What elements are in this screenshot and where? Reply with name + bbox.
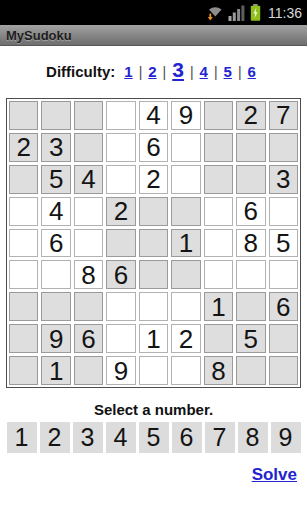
number-button-6[interactable]: 6: [172, 422, 202, 453]
sudoku-cell-r1c7[interactable]: [204, 101, 233, 130]
sudoku-cell-r1c1[interactable]: [9, 101, 38, 130]
sudoku-cell-r5c4[interactable]: [106, 229, 135, 258]
sudoku-cell-r3c4[interactable]: [106, 165, 135, 194]
sudoku-cell-r5c1[interactable]: [9, 229, 38, 258]
sudoku-cell-r4c6[interactable]: [171, 197, 200, 226]
sudoku-cell-r8c3[interactable]: 6: [74, 324, 103, 353]
sudoku-cell-r5c8[interactable]: 8: [236, 229, 265, 258]
number-button-8[interactable]: 8: [238, 422, 268, 453]
sudoku-cell-r7c7[interactable]: 1: [204, 292, 233, 321]
sudoku-cell-r4c5[interactable]: [139, 197, 168, 226]
sudoku-cell-r4c7[interactable]: [204, 197, 233, 226]
sudoku-cell-r4c4[interactable]: 2: [106, 197, 135, 226]
sudoku-cell-r2c1[interactable]: 2: [9, 133, 38, 162]
sudoku-cell-r6c7[interactable]: [204, 260, 233, 289]
sudoku-cell-r1c5[interactable]: 4: [139, 101, 168, 130]
number-button-1[interactable]: 1: [7, 422, 37, 453]
number-button-5[interactable]: 5: [139, 422, 169, 453]
sudoku-cell-r3c9[interactable]: 3: [269, 165, 298, 194]
sudoku-cell-r4c1[interactable]: [9, 197, 38, 226]
status-time: 11:36: [268, 5, 302, 21]
sudoku-cell-r6c2[interactable]: [41, 260, 70, 289]
sudoku-cell-r6c1[interactable]: [9, 260, 38, 289]
screen: 11:36 MySudoku Difficulty:1|2|3|4|5|6 49…: [0, 0, 307, 512]
sudoku-cell-r3c6[interactable]: [171, 165, 200, 194]
sudoku-cell-r2c6[interactable]: [171, 133, 200, 162]
sudoku-cell-r4c2[interactable]: 4: [41, 197, 70, 226]
sudoku-cell-r7c6[interactable]: [171, 292, 200, 321]
sudoku-cell-r2c8[interactable]: [236, 133, 265, 162]
sudoku-cell-r3c3[interactable]: 4: [74, 165, 103, 194]
sudoku-cell-r7c4[interactable]: [106, 292, 135, 321]
sudoku-cell-r1c2[interactable]: [41, 101, 70, 130]
sudoku-cell-r8c7[interactable]: [204, 324, 233, 353]
sudoku-cell-r8c2[interactable]: 9: [41, 324, 70, 353]
sudoku-cell-r4c3[interactable]: [74, 197, 103, 226]
sudoku-cell-r9c3[interactable]: [74, 356, 103, 385]
sudoku-cell-r7c1[interactable]: [9, 292, 38, 321]
sudoku-cell-r4c9[interactable]: [269, 197, 298, 226]
sudoku-cell-r3c7[interactable]: [204, 165, 233, 194]
sudoku-cell-r1c9[interactable]: 7: [269, 101, 298, 130]
difficulty-link-3[interactable]: 3: [172, 58, 184, 81]
difficulty-link-5[interactable]: 5: [224, 63, 232, 80]
sudoku-board: 492723654234266185861696125198: [6, 98, 301, 388]
sudoku-cell-r5c7[interactable]: [204, 229, 233, 258]
difficulty-label: Difficulty:: [46, 63, 115, 80]
sudoku-cell-r3c5[interactable]: 2: [139, 165, 168, 194]
wifi-icon: [206, 4, 224, 22]
sudoku-cell-r6c5[interactable]: [139, 260, 168, 289]
sudoku-cell-r3c2[interactable]: 5: [41, 165, 70, 194]
sudoku-cell-r2c5[interactable]: 6: [139, 133, 168, 162]
sudoku-cell-r9c9[interactable]: [269, 356, 298, 385]
sudoku-cell-r1c8[interactable]: 2: [236, 101, 265, 130]
number-button-3[interactable]: 3: [73, 422, 103, 453]
difficulty-link-1[interactable]: 1: [124, 63, 132, 80]
sudoku-cell-r8c4[interactable]: [106, 324, 135, 353]
status-bar: 11:36: [0, 0, 307, 25]
signal-strength-icon: [228, 5, 246, 21]
title-bar: MySudoku: [0, 25, 307, 46]
sudoku-cell-r2c4[interactable]: [106, 133, 135, 162]
number-button-9[interactable]: 9: [271, 422, 301, 453]
number-button-4[interactable]: 4: [106, 422, 136, 453]
app-title: MySudoku: [6, 28, 72, 43]
difficulty-separator: |: [163, 64, 167, 80]
difficulty-separator: |: [139, 64, 143, 80]
sudoku-cell-r5c6[interactable]: 1: [171, 229, 200, 258]
sudoku-cell-r6c9[interactable]: [269, 260, 298, 289]
sudoku-cell-r8c9[interactable]: [269, 324, 298, 353]
sudoku-cell-r6c3[interactable]: 8: [74, 260, 103, 289]
sudoku-cell-r8c5[interactable]: 1: [139, 324, 168, 353]
sudoku-cell-r6c6[interactable]: [171, 260, 200, 289]
sudoku-cell-r5c2[interactable]: 6: [41, 229, 70, 258]
sudoku-cell-r2c3[interactable]: [74, 133, 103, 162]
sudoku-cell-r9c4[interactable]: 9: [106, 356, 135, 385]
sudoku-cell-r5c5[interactable]: [139, 229, 168, 258]
sudoku-cell-r8c1[interactable]: [9, 324, 38, 353]
sudoku-cell-r7c8[interactable]: [236, 292, 265, 321]
difficulty-separator: |: [190, 64, 194, 80]
sudoku-cell-r6c4[interactable]: 6: [106, 260, 135, 289]
select-number-prompt: Select a number.: [0, 401, 307, 418]
sudoku-cell-r5c3[interactable]: [74, 229, 103, 258]
sudoku-cell-r7c9[interactable]: 6: [269, 292, 298, 321]
battery-charging-icon: [250, 4, 261, 21]
sudoku-cell-r1c4[interactable]: [106, 101, 135, 130]
sudoku-cell-r9c5[interactable]: [139, 356, 168, 385]
difficulty-link-6[interactable]: 6: [248, 63, 256, 80]
sudoku-cell-r9c6[interactable]: [171, 356, 200, 385]
sudoku-cell-r8c6[interactable]: 2: [171, 324, 200, 353]
sudoku-cell-r2c9[interactable]: [269, 133, 298, 162]
sudoku-cell-r8c8[interactable]: 5: [236, 324, 265, 353]
number-button-2[interactable]: 2: [40, 422, 70, 453]
sudoku-cell-r7c3[interactable]: [74, 292, 103, 321]
difficulty-link-4[interactable]: 4: [200, 63, 208, 80]
sudoku-cell-r7c2[interactable]: [41, 292, 70, 321]
sudoku-cell-r2c2[interactable]: 3: [41, 133, 70, 162]
difficulty-link-2[interactable]: 2: [148, 63, 156, 80]
solve-row: Solve: [0, 465, 307, 485]
sudoku-cell-r2c7[interactable]: [204, 133, 233, 162]
sudoku-cell-r3c1[interactable]: [9, 165, 38, 194]
sudoku-cell-r3c8[interactable]: [236, 165, 265, 194]
sudoku-cell-r6c8[interactable]: [236, 260, 265, 289]
difficulty-separator: |: [238, 64, 242, 80]
number-button-7[interactable]: 7: [205, 422, 235, 453]
sudoku-cell-r4c8[interactable]: 6: [236, 197, 265, 226]
difficulty-separator: |: [214, 64, 218, 80]
sudoku-cell-r9c8[interactable]: [236, 356, 265, 385]
sudoku-cell-r1c3[interactable]: [74, 101, 103, 130]
sudoku-cell-r9c7[interactable]: 8: [204, 356, 233, 385]
sudoku-cell-r9c2[interactable]: 1: [41, 356, 70, 385]
solve-link[interactable]: Solve: [252, 465, 297, 484]
sudoku-cell-r5c9[interactable]: 5: [269, 229, 298, 258]
sudoku-cell-r7c5[interactable]: [139, 292, 168, 321]
sudoku-cell-r9c1[interactable]: [9, 356, 38, 385]
number-pad: 123456789: [0, 422, 307, 453]
difficulty-selector: Difficulty:1|2|3|4|5|6: [0, 58, 307, 82]
sudoku-cell-r1c6[interactable]: 9: [171, 101, 200, 130]
